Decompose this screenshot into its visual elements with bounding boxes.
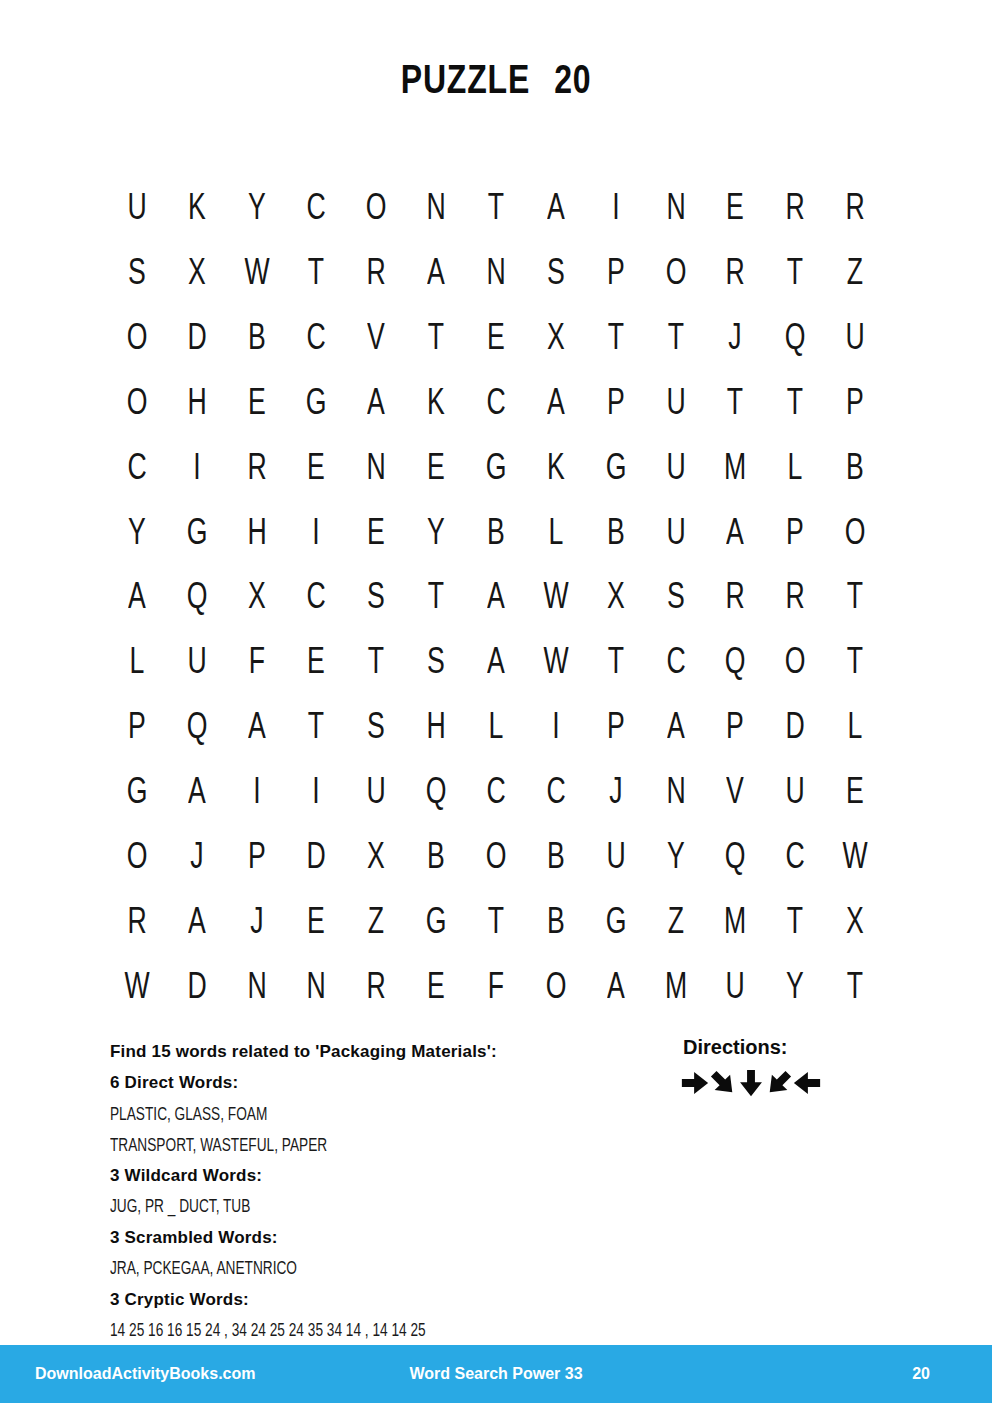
grid-cell: O: [526, 953, 586, 1018]
grid-letter: T: [308, 254, 324, 290]
grid-cell: K: [167, 175, 227, 240]
grid-letter: S: [427, 643, 445, 679]
grid-letter: X: [547, 319, 565, 355]
grid-letter: S: [367, 708, 385, 744]
grid-letter: X: [367, 838, 385, 874]
grid-letter: T: [667, 319, 683, 355]
grid-letter: K: [188, 189, 206, 225]
grid-cell: T: [825, 953, 885, 1018]
grid-letter: S: [547, 254, 565, 290]
grid-letter: Z: [667, 903, 683, 939]
grid-cell: T: [765, 888, 825, 953]
grid-letter: Q: [186, 708, 207, 744]
grid-cell: D: [167, 953, 227, 1018]
grid-cell: P: [107, 694, 167, 759]
grid-letter: L: [788, 449, 803, 485]
arrow-down-right-icon: [709, 1066, 737, 1100]
grid-cell: J: [227, 888, 287, 953]
grid-cell: U: [107, 175, 167, 240]
grid-letter: S: [128, 254, 146, 290]
grid-letter: A: [487, 643, 505, 679]
grid-letter: B: [248, 319, 266, 355]
grid-cell: R: [346, 953, 406, 1018]
grid-letter: R: [845, 189, 864, 225]
grid-letter: F: [488, 968, 504, 1004]
grid-letter: C: [546, 773, 565, 809]
grid-cell: I: [586, 175, 646, 240]
grid-cell: J: [167, 823, 227, 888]
grid-cell: O: [466, 823, 526, 888]
grid-letter: P: [607, 384, 625, 420]
grid-cell: O: [346, 175, 406, 240]
grid-letter: O: [845, 514, 866, 550]
grid-cell: M: [705, 888, 765, 953]
grid-letter: E: [427, 449, 445, 485]
grid-cell: D: [167, 305, 227, 370]
grid-letter: R: [726, 578, 745, 614]
grid-letter: A: [667, 708, 685, 744]
clues-block: Find 15 words related to 'Packaging Mate…: [110, 1037, 670, 1346]
grid-cell: Z: [646, 888, 706, 953]
grid-letter: N: [247, 968, 266, 1004]
grid-letter: T: [787, 254, 803, 290]
grid-letter: A: [367, 384, 385, 420]
grid-letter: B: [547, 838, 565, 874]
grid-letter: P: [128, 708, 146, 744]
section-heading-wildcard: 3 Wildcard Words:: [110, 1161, 670, 1192]
grid-cell: D: [765, 694, 825, 759]
grid-letter: A: [128, 578, 146, 614]
grid-letter: T: [488, 189, 504, 225]
grid-cell: S: [526, 240, 586, 305]
grid-letter: B: [846, 449, 864, 485]
grid-cell: V: [705, 759, 765, 824]
grid-cell: C: [466, 759, 526, 824]
grid-cell: H: [227, 499, 287, 564]
grid-letter: R: [367, 968, 386, 1004]
grid-cell: R: [346, 240, 406, 305]
grid-cell: B: [586, 499, 646, 564]
grid-letter: D: [786, 708, 805, 744]
grid-letter: A: [547, 189, 565, 225]
grid-letter: D: [187, 319, 206, 355]
grid-letter: T: [847, 968, 863, 1004]
grid-cell: B: [466, 499, 526, 564]
grid-cell: G: [466, 434, 526, 499]
grid-cell: Y: [406, 499, 466, 564]
grid-letter: R: [367, 254, 386, 290]
grid-letter: U: [666, 449, 685, 485]
grid-cell: T: [346, 629, 406, 694]
grid-letter: P: [607, 254, 625, 290]
grid-cell: B: [825, 434, 885, 499]
grid-letter: I: [552, 708, 559, 744]
grid-cell: L: [107, 629, 167, 694]
grid-cell: O: [646, 240, 706, 305]
grid-cell: X: [227, 564, 287, 629]
grid-cell: E: [227, 370, 287, 435]
grid-cell: T: [825, 564, 885, 629]
grid-letter: L: [848, 708, 863, 744]
grid-cell: Q: [705, 823, 765, 888]
grid-letter: O: [127, 319, 148, 355]
grid-letter: N: [427, 189, 446, 225]
grid-letter: C: [307, 189, 326, 225]
grid-letter: T: [787, 384, 803, 420]
grid-letter: N: [307, 968, 326, 1004]
arrow-down-icon: [737, 1066, 765, 1100]
grid-cell: A: [107, 564, 167, 629]
grid-letter: B: [427, 838, 445, 874]
grid-letter: S: [367, 578, 385, 614]
grid-letter: Q: [186, 578, 207, 614]
grid-cell: W: [526, 564, 586, 629]
grid-letter: R: [247, 449, 266, 485]
grid-cell: T: [765, 240, 825, 305]
grid-letter: B: [607, 514, 625, 550]
grid-cell: I: [526, 694, 586, 759]
grid-letter: Y: [128, 514, 146, 550]
grid-cell: U: [646, 370, 706, 435]
grid-cell: Z: [346, 888, 406, 953]
grid-letter: A: [607, 968, 625, 1004]
grid-letter: O: [486, 838, 507, 874]
grid-letter: T: [428, 578, 444, 614]
grid-letter: U: [726, 968, 745, 1004]
grid-cell: A: [586, 953, 646, 1018]
grid-letter: A: [487, 578, 505, 614]
grid-cell: T: [406, 305, 466, 370]
grid-letter: P: [607, 708, 625, 744]
grid-letter: J: [190, 838, 203, 874]
grid-cell: I: [287, 759, 347, 824]
grid-cell: T: [646, 305, 706, 370]
section-heading-cryptic: 3 Cryptic Words:: [110, 1284, 670, 1315]
grid-cell: E: [287, 888, 347, 953]
grid-letter: K: [547, 449, 565, 485]
grid-cell: E: [406, 953, 466, 1018]
footer-bar: DownloadActivityBooks.com Word Search Po…: [0, 1345, 992, 1403]
grid-letter: X: [846, 903, 864, 939]
grid-letter: D: [187, 968, 206, 1004]
grid-cell: P: [586, 694, 646, 759]
grid-letter: M: [724, 449, 746, 485]
grid-cell: N: [646, 759, 706, 824]
grid-letter: P: [786, 514, 804, 550]
grid-cell: Y: [646, 823, 706, 888]
grid-letter: Z: [368, 903, 384, 939]
grid-letter: T: [368, 643, 384, 679]
grid-letter: A: [188, 773, 206, 809]
grid-cell: Q: [406, 759, 466, 824]
grid-letter: U: [127, 189, 146, 225]
grid-cell: A: [526, 370, 586, 435]
grid-letter: Y: [427, 514, 445, 550]
grid-letter: C: [486, 773, 505, 809]
grid-cell: E: [825, 759, 885, 824]
grid-cell: N: [466, 240, 526, 305]
grid-cell: A: [167, 759, 227, 824]
grid-cell: I: [167, 434, 227, 499]
arrow-right-icon: [681, 1066, 709, 1100]
grid-cell: P: [586, 370, 646, 435]
grid-cell: C: [466, 370, 526, 435]
grid-cell: T: [705, 370, 765, 435]
grid-cell: U: [765, 759, 825, 824]
grid-cell: X: [346, 823, 406, 888]
grid-cell: Q: [765, 305, 825, 370]
grid-cell: C: [287, 175, 347, 240]
grid-cell: Q: [167, 564, 227, 629]
grid-letter: M: [724, 903, 746, 939]
grid-letter: Z: [847, 254, 863, 290]
grid-letter: E: [487, 319, 505, 355]
find-heading: Find 15 words related to 'Packaging Mate…: [110, 1037, 670, 1068]
grid-letter: L: [489, 708, 504, 744]
grid-letter: O: [665, 254, 686, 290]
arrow-down-left-icon: [765, 1066, 793, 1100]
grid-cell: S: [346, 564, 406, 629]
grid-cell: G: [167, 499, 227, 564]
grid-letter: W: [543, 643, 568, 679]
grid-cell: C: [526, 759, 586, 824]
arrow-left-icon: [793, 1066, 821, 1100]
grid-letter: E: [308, 903, 326, 939]
grid-cell: Q: [167, 694, 227, 759]
grid-cell: G: [107, 759, 167, 824]
grid-letter: E: [846, 773, 864, 809]
grid-cell: U: [346, 759, 406, 824]
puzzle-page: { "game": "word_search", "page": { "titl…: [0, 0, 992, 1403]
grid-letter: J: [250, 903, 263, 939]
grid-cell: X: [526, 305, 586, 370]
grid-cell: Y: [765, 953, 825, 1018]
grid-letter: V: [367, 319, 385, 355]
grid-cell: D: [287, 823, 347, 888]
grid-letter: S: [667, 578, 685, 614]
grid-letter: P: [248, 838, 266, 874]
grid-letter: G: [426, 903, 447, 939]
grid-cell: L: [825, 694, 885, 759]
grid-cell: C: [287, 564, 347, 629]
grid-cell: H: [167, 370, 227, 435]
page-title: PUZZLE 20: [0, 57, 992, 102]
grid-cell: M: [705, 434, 765, 499]
grid-cell: T: [466, 175, 526, 240]
grid-cell: T: [586, 305, 646, 370]
grid-cell: T: [765, 370, 825, 435]
grid-cell: B: [227, 305, 287, 370]
grid-letter: N: [367, 449, 386, 485]
grid-cell: Y: [107, 499, 167, 564]
grid-cell: B: [406, 823, 466, 888]
grid-cell: G: [586, 888, 646, 953]
grid-cell: X: [586, 564, 646, 629]
grid-cell: E: [287, 434, 347, 499]
grid-cell: Y: [227, 175, 287, 240]
grid-cell: W: [107, 953, 167, 1018]
grid-cell: F: [466, 953, 526, 1018]
word-line: TRANSPORT, WASTEFUL, PAPER: [110, 1130, 670, 1161]
grid-cell: K: [406, 370, 466, 435]
grid-cell: B: [526, 823, 586, 888]
grid-letter: Y: [248, 189, 266, 225]
grid-letter: W: [124, 968, 149, 1004]
grid-cell: M: [646, 953, 706, 1018]
grid-cell: O: [825, 499, 885, 564]
word-line: PLASTIC, GLASS, FOAM: [110, 1099, 670, 1130]
grid-letter: F: [248, 643, 264, 679]
grid-letter: Q: [426, 773, 447, 809]
grid-cell: R: [825, 175, 885, 240]
grid-letter: E: [308, 643, 326, 679]
page-title-text: PUZZLE 20: [401, 57, 592, 102]
grid-letter: X: [248, 578, 266, 614]
grid-cell: N: [346, 434, 406, 499]
grid-cell: W: [227, 240, 287, 305]
grid-letter: G: [127, 773, 148, 809]
grid-letter: C: [127, 449, 146, 485]
grid-cell: N: [646, 175, 706, 240]
grid-letter: M: [664, 968, 686, 1004]
word-line: JUG, PR _ DUCT, TUB: [110, 1191, 670, 1222]
grid-cell: Z: [825, 240, 885, 305]
grid-letter: U: [845, 319, 864, 355]
grid-letter: C: [786, 838, 805, 874]
grid-letter: N: [666, 773, 685, 809]
grid-cell: N: [287, 953, 347, 1018]
grid-cell: X: [167, 240, 227, 305]
grid-letter: T: [428, 319, 444, 355]
grid-cell: P: [705, 694, 765, 759]
grid-letter: Q: [785, 319, 806, 355]
grid-letter: R: [786, 578, 805, 614]
grid-letter: G: [486, 449, 507, 485]
grid-cell: P: [227, 823, 287, 888]
grid-cell: R: [705, 240, 765, 305]
grid-letter: N: [666, 189, 685, 225]
grid-letter: O: [127, 384, 148, 420]
grid-letter: U: [786, 773, 805, 809]
grid-cell: A: [646, 694, 706, 759]
grid-cell: F: [227, 629, 287, 694]
grid-letter: A: [427, 254, 445, 290]
grid-letter: B: [547, 903, 565, 939]
grid-letter: A: [547, 384, 565, 420]
grid-letter: T: [488, 903, 504, 939]
grid-letter: J: [729, 319, 742, 355]
grid-letter: R: [786, 189, 805, 225]
word-line: JRA, PCKEGAA, ANETNRICO: [110, 1253, 670, 1284]
grid-cell: U: [705, 953, 765, 1018]
grid-cell: T: [406, 564, 466, 629]
grid-cell: P: [825, 370, 885, 435]
grid-cell: T: [466, 888, 526, 953]
grid-cell: E: [705, 175, 765, 240]
grid-letter: Q: [725, 643, 746, 679]
grid-letter: E: [427, 968, 445, 1004]
grid-cell: H: [406, 694, 466, 759]
grid-letter: E: [248, 384, 266, 420]
grid-cell: N: [227, 953, 287, 1018]
grid-cell: R: [765, 175, 825, 240]
grid-letter: I: [313, 514, 320, 550]
grid-letter: A: [726, 514, 744, 550]
grid-letter: G: [605, 449, 626, 485]
grid-letter: U: [367, 773, 386, 809]
grid-cell: T: [825, 629, 885, 694]
grid-letter: I: [612, 189, 619, 225]
grid-letter: O: [545, 968, 566, 1004]
grid-cell: J: [586, 759, 646, 824]
grid-cell: P: [765, 499, 825, 564]
directions-label: Directions:: [683, 1036, 787, 1059]
grid-cell: U: [586, 823, 646, 888]
grid-letter: R: [127, 903, 146, 939]
grid-letter: P: [726, 708, 744, 744]
grid-cell: A: [406, 240, 466, 305]
grid-letter: C: [307, 578, 326, 614]
grid-letter: E: [308, 449, 326, 485]
grid-letter: T: [787, 903, 803, 939]
grid-letter: U: [606, 838, 625, 874]
grid-cell: G: [287, 370, 347, 435]
grid-cell: Q: [705, 629, 765, 694]
grid-letter: W: [543, 578, 568, 614]
grid-letter: T: [308, 708, 324, 744]
grid-letter: L: [548, 514, 563, 550]
grid-letter: T: [608, 319, 624, 355]
grid-cell: C: [107, 434, 167, 499]
grid-letter: B: [487, 514, 505, 550]
grid-cell: J: [705, 305, 765, 370]
grid-cell: A: [346, 370, 406, 435]
grid-letter: E: [726, 189, 744, 225]
grid-letter: D: [307, 838, 326, 874]
grid-cell: A: [466, 564, 526, 629]
grid-letter: Q: [725, 838, 746, 874]
grid-letter: A: [248, 708, 266, 744]
grid-cell: O: [107, 305, 167, 370]
grid-cell: E: [466, 305, 526, 370]
grid-letter: Y: [786, 968, 804, 1004]
word-line: 14 25 16 16 15 24 , 34 24 25 24 35 34 14…: [110, 1315, 670, 1346]
grid-cell: U: [646, 499, 706, 564]
grid-letter: C: [486, 384, 505, 420]
grid-letter: J: [609, 773, 622, 809]
grid-letter: I: [193, 449, 200, 485]
grid-cell: N: [406, 175, 466, 240]
grid-letter: G: [306, 384, 327, 420]
grid-letter: W: [244, 254, 269, 290]
grid-cell: W: [526, 629, 586, 694]
grid-letter: E: [367, 514, 385, 550]
grid-cell: B: [526, 888, 586, 953]
grid-cell: A: [167, 888, 227, 953]
grid-letter: P: [846, 384, 864, 420]
grid-letter: C: [307, 319, 326, 355]
grid-cell: R: [107, 888, 167, 953]
direction-arrows: [681, 1066, 821, 1100]
grid-letter: T: [608, 643, 624, 679]
grid-cell: O: [107, 823, 167, 888]
grid-cell: T: [287, 240, 347, 305]
grid-cell: E: [346, 499, 406, 564]
grid-letter: Y: [667, 838, 685, 874]
grid-letter: R: [726, 254, 745, 290]
grid-cell: X: [825, 888, 885, 953]
grid-cell: R: [765, 564, 825, 629]
